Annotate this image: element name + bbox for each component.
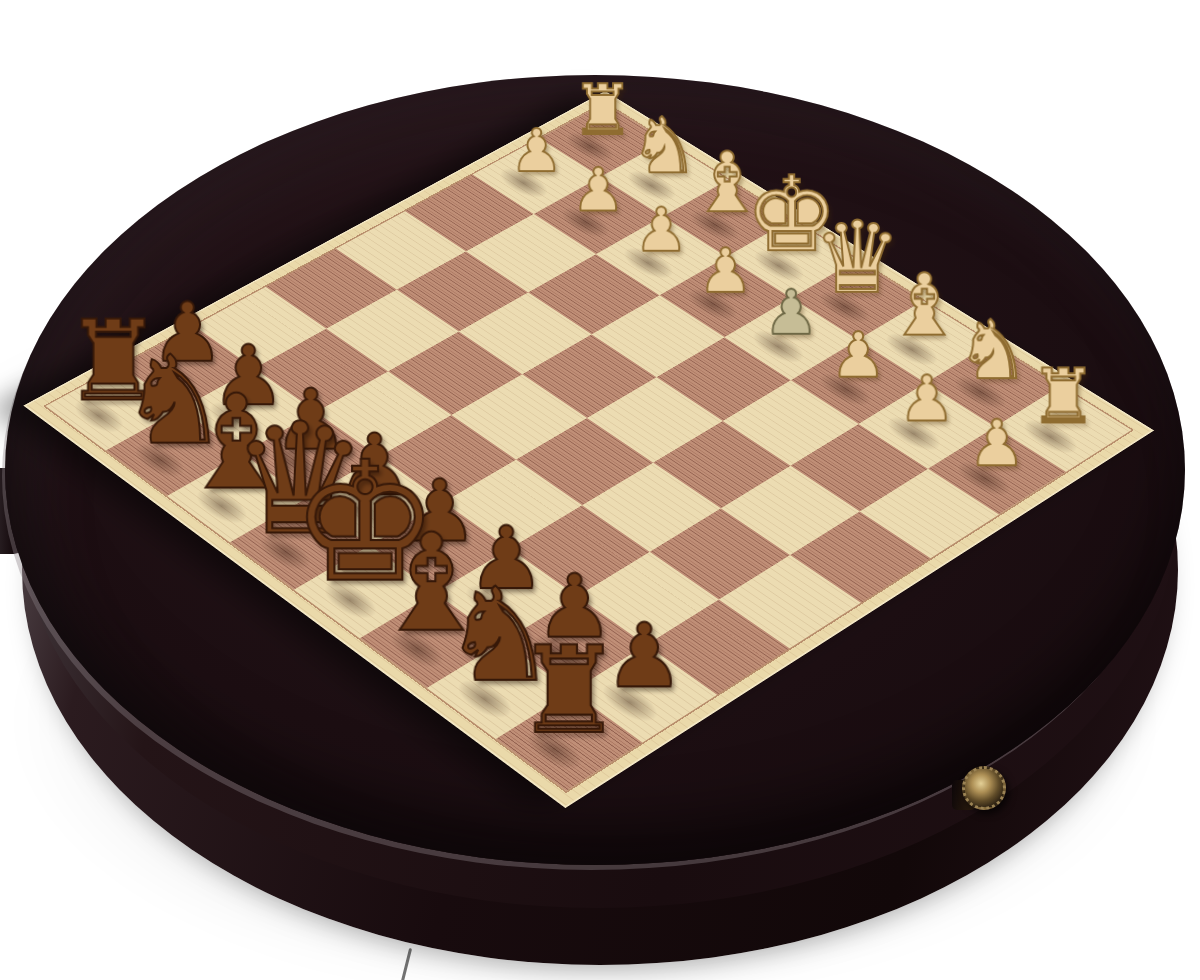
piece-white-pawn[interactable]: ♟ [510, 121, 563, 180]
piece-white-rook[interactable]: ♜ [571, 75, 634, 145]
piece-white-knight[interactable]: ♞ [630, 107, 699, 184]
piece-white-pawn[interactable]: ♟ [698, 240, 753, 301]
piece-white-bishop[interactable]: ♝ [886, 263, 963, 348]
piece-white-rook[interactable]: ♜ [1029, 359, 1096, 434]
square-e5[interactable] [516, 418, 653, 505]
piece-white-pawn[interactable]: ♟ [634, 200, 688, 260]
piece-white-pawn[interactable]: ♟ [968, 412, 1025, 476]
piece-white-pawn[interactable]: ♟ [571, 160, 625, 220]
piece-black-rook[interactable]: ♜ [515, 630, 622, 750]
drawer-knob[interactable] [962, 766, 1006, 810]
piece-white-pawn[interactable]: ♟ [899, 367, 956, 430]
product-photo: ♜♞♝♚♛♝♞♜♟♟♟♟♟♟♟♟♟♟♟♟♟♟♟♟♜♞♝♛♚♝♞♜ [0, 0, 1200, 980]
piece-white-pawn[interactable]: ♟ [830, 324, 886, 386]
piece-white-pawn[interactable]: ♟ [763, 282, 818, 344]
piece-white-knight[interactable]: ♞ [957, 310, 1030, 391]
